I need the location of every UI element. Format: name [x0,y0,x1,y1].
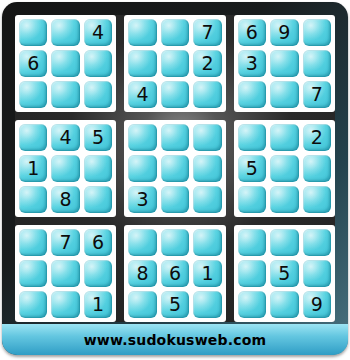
given-number: 4 [92,23,104,42]
given-number: 5 [169,295,181,314]
box-2-3: 25 [234,120,335,217]
box-3-2: 8615 [124,225,225,322]
cell-r5c3[interactable] [84,155,112,182]
cell-r8c6[interactable]: 1 [193,260,221,287]
cell-r1c9[interactable] [303,19,331,46]
cell-r2c5[interactable] [161,50,189,77]
given-number: 8 [137,264,149,283]
cell-r1c2[interactable] [51,19,79,46]
cell-r7c2[interactable]: 7 [51,229,79,256]
cell-r2c4[interactable] [128,50,156,77]
cell-r2c8[interactable] [270,50,298,77]
cell-r7c3[interactable]: 6 [84,229,112,256]
cell-r4c4[interactable] [128,124,156,151]
given-number: 1 [92,295,104,314]
cell-r4c9[interactable]: 2 [303,124,331,151]
cell-r8c9[interactable] [303,260,331,287]
cell-r2c6[interactable]: 2 [193,50,221,77]
cell-r6c7[interactable] [238,186,266,213]
cell-r4c2[interactable]: 4 [51,124,79,151]
cell-r6c1[interactable] [19,186,47,213]
cell-r6c8[interactable] [270,186,298,213]
box-3-3: 59 [234,225,335,322]
cell-r9c8[interactable] [270,291,298,318]
cell-r5c8[interactable] [270,155,298,182]
given-number: 7 [311,85,323,104]
cell-r3c3[interactable] [84,81,112,108]
cell-r5c6[interactable] [193,155,221,182]
cell-r2c1[interactable]: 6 [19,50,47,77]
cell-r6c9[interactable] [303,186,331,213]
cell-r7c8[interactable] [270,229,298,256]
cell-r8c3[interactable] [84,260,112,287]
cell-r1c8[interactable]: 9 [270,19,298,46]
cell-r4c7[interactable] [238,124,266,151]
cell-r6c4[interactable]: 3 [128,186,156,213]
cell-r9c1[interactable] [19,291,47,318]
cell-r6c3[interactable] [84,186,112,213]
cell-r3c9[interactable]: 7 [303,81,331,108]
given-number: 8 [60,190,72,209]
cell-r5c9[interactable] [303,155,331,182]
cell-r6c2[interactable]: 8 [51,186,79,213]
cell-r9c5[interactable]: 5 [161,291,189,318]
cell-r7c5[interactable] [161,229,189,256]
cell-r4c1[interactable] [19,124,47,151]
cell-r9c7[interactable] [238,291,266,318]
cell-r3c5[interactable] [161,81,189,108]
cell-r8c2[interactable] [51,260,79,287]
box-1-2: 724 [124,15,225,112]
given-number: 5 [278,264,290,283]
given-number: 2 [311,128,323,147]
cell-r4c8[interactable] [270,124,298,151]
cell-r7c6[interactable] [193,229,221,256]
box-2-1: 4518 [15,120,116,217]
given-number: 4 [137,85,149,104]
cell-r5c5[interactable] [161,155,189,182]
cell-r7c4[interactable] [128,229,156,256]
given-number: 2 [201,54,213,73]
given-number: 6 [246,23,258,42]
cell-r7c1[interactable] [19,229,47,256]
cell-r8c7[interactable] [238,260,266,287]
cell-r6c5[interactable] [161,186,189,213]
cell-r5c7[interactable]: 5 [238,155,266,182]
given-number: 3 [246,54,258,73]
given-number: 7 [201,23,213,42]
cell-r2c7[interactable]: 3 [238,50,266,77]
cell-r1c7[interactable]: 6 [238,19,266,46]
given-number: 5 [92,128,104,147]
given-number: 9 [278,23,290,42]
cell-r9c6[interactable] [193,291,221,318]
cell-r9c3[interactable]: 1 [84,291,112,318]
given-number: 5 [246,159,258,178]
cell-r1c3[interactable]: 4 [84,19,112,46]
cell-r3c2[interactable] [51,81,79,108]
cell-r7c7[interactable] [238,229,266,256]
cell-r1c4[interactable] [128,19,156,46]
cell-r9c9[interactable]: 9 [303,291,331,318]
sudoku-board: 4672469374518325761861559 www.sudokusweb… [2,2,348,355]
cell-r7c9[interactable] [303,229,331,256]
cell-r6c6[interactable] [193,186,221,213]
box-2-2: 3 [124,120,225,217]
cell-r3c8[interactable] [270,81,298,108]
cell-r8c8[interactable]: 5 [270,260,298,287]
box-1-3: 6937 [234,15,335,112]
box-3-1: 761 [15,225,116,322]
given-number: 9 [311,295,323,314]
cell-r2c3[interactable] [84,50,112,77]
website-link[interactable]: www.sudokusweb.com [84,332,267,348]
box-1-1: 46 [15,15,116,112]
cell-r5c4[interactable] [128,155,156,182]
given-number: 6 [27,54,39,73]
cell-r8c5[interactable]: 6 [161,260,189,287]
cell-r3c1[interactable] [19,81,47,108]
given-number: 1 [201,264,213,283]
cell-r4c3[interactable]: 5 [84,124,112,151]
cell-r9c2[interactable] [51,291,79,318]
cell-r4c5[interactable] [161,124,189,151]
cell-r1c5[interactable] [161,19,189,46]
cell-r8c1[interactable] [19,260,47,287]
cell-r9c4[interactable] [128,291,156,318]
cell-r1c6[interactable]: 7 [193,19,221,46]
cell-r5c1[interactable]: 1 [19,155,47,182]
footer-bar: www.sudokusweb.com [2,324,348,355]
cell-r3c6[interactable] [193,81,221,108]
cell-r4c6[interactable] [193,124,221,151]
given-number: 6 [92,233,104,252]
given-number: 6 [169,264,181,283]
cell-r2c2[interactable] [51,50,79,77]
cell-r8c4[interactable]: 8 [128,260,156,287]
sudoku-grid: 4672469374518325761861559 [15,15,335,322]
given-number: 3 [137,190,149,209]
cell-r5c2[interactable] [51,155,79,182]
given-number: 4 [60,128,72,147]
cell-r3c7[interactable] [238,81,266,108]
given-number: 7 [60,233,72,252]
cell-r1c1[interactable] [19,19,47,46]
given-number: 1 [27,159,39,178]
cell-r2c9[interactable] [303,50,331,77]
cell-r3c4[interactable]: 4 [128,81,156,108]
